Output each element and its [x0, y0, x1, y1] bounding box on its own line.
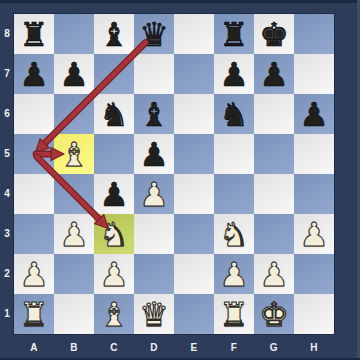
piece-black-rook[interactable]: ♜	[14, 14, 54, 54]
piece-black-knight[interactable]: ♞	[94, 94, 134, 134]
square-h8[interactable]	[294, 14, 334, 54]
file-label-a: A	[14, 338, 54, 358]
square-e5[interactable]	[174, 134, 214, 174]
rank-label-1: 1	[0, 294, 14, 334]
square-e7[interactable]	[174, 54, 214, 94]
rank-label-2: 2	[0, 254, 14, 294]
square-c4[interactable]: ♟	[94, 174, 134, 214]
square-e8[interactable]	[174, 14, 214, 54]
square-b4[interactable]	[54, 174, 94, 214]
file-label-g: G	[254, 338, 294, 358]
square-f8[interactable]: ♜	[214, 14, 254, 54]
file-label-e: E	[174, 338, 214, 358]
square-h6[interactable]: ♟	[294, 94, 334, 134]
piece-black-pawn[interactable]: ♟	[54, 54, 94, 94]
square-b7[interactable]: ♟	[54, 54, 94, 94]
square-f2[interactable]: ♟	[214, 254, 254, 294]
piece-white-queen[interactable]: ♛	[134, 294, 174, 334]
square-e2[interactable]	[174, 254, 214, 294]
board: ♜♝♛♜♚♟♟♟♟♞♝♞♟♝♟♟♟♟♞♞♟♟♟♟♟♜♝♛♜♚	[14, 14, 334, 334]
rank-label-4: 4	[0, 174, 14, 214]
square-b8[interactable]	[54, 14, 94, 54]
square-d7[interactable]	[134, 54, 174, 94]
piece-black-pawn[interactable]: ♟	[134, 134, 174, 174]
square-g3[interactable]	[254, 214, 294, 254]
square-c3[interactable]: ♞	[94, 214, 134, 254]
square-h5[interactable]	[294, 134, 334, 174]
rank-label-6: 6	[0, 94, 14, 134]
piece-white-knight[interactable]: ♞	[214, 214, 254, 254]
square-a3[interactable]	[14, 214, 54, 254]
square-e3[interactable]	[174, 214, 214, 254]
piece-black-pawn[interactable]: ♟	[254, 54, 294, 94]
piece-white-rook[interactable]: ♜	[214, 294, 254, 334]
file-label-f: F	[214, 338, 254, 358]
square-d1[interactable]: ♛	[134, 294, 174, 334]
piece-white-bishop[interactable]: ♝	[54, 134, 94, 174]
rank-label-3: 3	[0, 214, 14, 254]
square-f4[interactable]	[214, 174, 254, 214]
square-f7[interactable]: ♟	[214, 54, 254, 94]
square-f5[interactable]	[214, 134, 254, 174]
piece-white-king[interactable]: ♚	[254, 294, 294, 334]
file-label-h: H	[294, 338, 334, 358]
square-f3[interactable]: ♞	[214, 214, 254, 254]
square-c2[interactable]: ♟	[94, 254, 134, 294]
square-g1[interactable]: ♚	[254, 294, 294, 334]
piece-black-rook[interactable]: ♜	[214, 14, 254, 54]
border-edge-top	[0, 0, 360, 3]
piece-white-knight[interactable]: ♞	[94, 214, 134, 254]
square-d6[interactable]: ♝	[134, 94, 174, 134]
piece-black-pawn[interactable]: ♟	[14, 54, 54, 94]
square-b3[interactable]: ♟	[54, 214, 94, 254]
square-g7[interactable]: ♟	[254, 54, 294, 94]
square-c5[interactable]	[94, 134, 134, 174]
file-label-d: D	[134, 338, 174, 358]
piece-white-pawn[interactable]: ♟	[134, 174, 174, 214]
piece-white-pawn[interactable]: ♟	[254, 254, 294, 294]
square-c7[interactable]	[94, 54, 134, 94]
square-d4[interactable]: ♟	[134, 174, 174, 214]
square-d8[interactable]: ♛	[134, 14, 174, 54]
piece-white-bishop[interactable]: ♝	[94, 294, 134, 334]
square-c6[interactable]: ♞	[94, 94, 134, 134]
square-f1[interactable]: ♜	[214, 294, 254, 334]
rank-label-7: 7	[0, 54, 14, 94]
square-a1[interactable]: ♜	[14, 294, 54, 334]
square-g2[interactable]: ♟	[254, 254, 294, 294]
square-d3[interactable]	[134, 214, 174, 254]
square-h7[interactable]	[294, 54, 334, 94]
square-f6[interactable]: ♞	[214, 94, 254, 134]
square-b6[interactable]	[54, 94, 94, 134]
square-a2[interactable]: ♟	[14, 254, 54, 294]
square-b2[interactable]	[54, 254, 94, 294]
square-g4[interactable]	[254, 174, 294, 214]
piece-black-pawn[interactable]: ♟	[294, 94, 334, 134]
piece-white-pawn[interactable]: ♟	[14, 254, 54, 294]
piece-white-pawn[interactable]: ♟	[94, 254, 134, 294]
square-h4[interactable]	[294, 174, 334, 214]
square-g5[interactable]	[254, 134, 294, 174]
file-label-b: B	[54, 338, 94, 358]
square-h2[interactable]	[294, 254, 334, 294]
square-c1[interactable]: ♝	[94, 294, 134, 334]
piece-white-pawn[interactable]: ♟	[294, 214, 334, 254]
square-b1[interactable]	[54, 294, 94, 334]
rank-label-8: 8	[0, 14, 14, 54]
square-a6[interactable]	[14, 94, 54, 134]
square-h3[interactable]: ♟	[294, 214, 334, 254]
rank-label-5: 5	[0, 134, 14, 174]
piece-black-knight[interactable]: ♞	[214, 94, 254, 134]
square-e6[interactable]	[174, 94, 214, 134]
square-a7[interactable]: ♟	[14, 54, 54, 94]
square-g8[interactable]: ♚	[254, 14, 294, 54]
piece-black-queen[interactable]: ♛	[134, 14, 174, 54]
square-a8[interactable]: ♜	[14, 14, 54, 54]
piece-black-bishop[interactable]: ♝	[94, 14, 134, 54]
square-c8[interactable]: ♝	[94, 14, 134, 54]
square-e1[interactable]	[174, 294, 214, 334]
square-g6[interactable]	[254, 94, 294, 134]
square-d2[interactable]	[134, 254, 174, 294]
piece-white-rook[interactable]: ♜	[14, 294, 54, 334]
piece-black-pawn[interactable]: ♟	[94, 174, 134, 214]
square-h1[interactable]	[294, 294, 334, 334]
piece-black-bishop[interactable]: ♝	[134, 94, 174, 134]
square-a5[interactable]	[14, 134, 54, 174]
square-d5[interactable]: ♟	[134, 134, 174, 174]
piece-black-pawn[interactable]: ♟	[214, 54, 254, 94]
square-a4[interactable]	[14, 174, 54, 214]
chess-board-panel: ♜♝♛♜♚♟♟♟♟♞♝♞♟♝♟♟♟♟♞♞♟♟♟♟♟♜♝♛♜♚ 87654321 …	[0, 0, 360, 360]
square-b5[interactable]: ♝	[54, 134, 94, 174]
piece-white-pawn[interactable]: ♟	[214, 254, 254, 294]
piece-black-king[interactable]: ♚	[254, 14, 294, 54]
square-e4[interactable]	[174, 174, 214, 214]
piece-white-pawn[interactable]: ♟	[54, 214, 94, 254]
file-label-c: C	[94, 338, 134, 358]
